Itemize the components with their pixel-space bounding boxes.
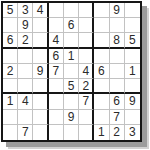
sudoku-cell-r8c2[interactable] [18,110,33,125]
sudoku-cell-r2c1[interactable] [3,18,18,33]
sudoku-cell-r1c8[interactable]: 9 [110,3,125,18]
sudoku-cell-r5c4[interactable]: 7 [49,64,64,79]
sudoku-cell-r3c7[interactable] [94,33,109,48]
sudoku-cell-r3c6[interactable] [79,33,94,48]
sudoku-cell-r7c7[interactable] [94,94,109,109]
sudoku-cell-r9c4[interactable] [49,125,64,140]
sudoku-cell-r2c6[interactable] [79,18,94,33]
sudoku-cell-r4c6[interactable] [79,49,94,64]
sudoku-cell-r5c5[interactable] [64,64,79,79]
sudoku-cell-r2c2[interactable]: 9 [18,18,33,33]
sudoku-cell-r8c7[interactable] [94,110,109,125]
sudoku-cell-r1c6[interactable] [79,3,94,18]
sudoku-cell-r1c5[interactable] [64,3,79,18]
sudoku-cell-r3c1[interactable]: 6 [3,33,18,48]
sudoku-cell-r4c3[interactable] [33,49,48,64]
sudoku-cell-r9c2[interactable]: 7 [18,125,33,140]
sudoku-cell-r6c4[interactable] [49,79,64,94]
sudoku-cell-r3c8[interactable]: 8 [110,33,125,48]
sudoku-cell-r9c9[interactable]: 3 [125,125,140,140]
sudoku-cell-r7c8[interactable]: 6 [110,94,125,109]
sudoku-cell-r4c7[interactable] [94,49,109,64]
sudoku-board: 53499662485612974615214769977123 [1,1,142,142]
sudoku-cell-r1c2[interactable]: 3 [18,3,33,18]
sudoku-cell-r2c3[interactable] [33,18,48,33]
sudoku-cell-r3c4[interactable]: 4 [49,33,64,48]
sudoku-cell-r5c6[interactable]: 4 [79,64,94,79]
sudoku-cell-r6c1[interactable] [3,79,18,94]
sudoku-cell-r6c7[interactable] [94,79,109,94]
sudoku-cell-r8c5[interactable]: 9 [64,110,79,125]
sudoku-cell-r8c1[interactable] [3,110,18,125]
sudoku-cell-r9c5[interactable] [64,125,79,140]
sudoku-cell-r5c9[interactable]: 1 [125,64,140,79]
sudoku-cell-r3c2[interactable]: 2 [18,33,33,48]
sudoku-cell-r1c4[interactable] [49,3,64,18]
sudoku-cell-r3c3[interactable] [33,33,48,48]
sudoku-cell-r8c4[interactable] [49,110,64,125]
sudoku-cell-r2c8[interactable] [110,18,125,33]
sudoku-cell-r4c2[interactable] [18,49,33,64]
sudoku-cell-r9c3[interactable] [33,125,48,140]
sudoku-cell-r8c9[interactable] [125,110,140,125]
sudoku-cell-r7c1[interactable]: 1 [3,94,18,109]
sudoku-cell-r4c5[interactable]: 1 [64,49,79,64]
sudoku-cell-r6c8[interactable] [110,79,125,94]
sudoku-cell-r5c1[interactable]: 2 [3,64,18,79]
sudoku-cell-r8c3[interactable] [33,110,48,125]
sudoku-cell-r5c2[interactable] [18,64,33,79]
sudoku-cell-r9c8[interactable]: 2 [110,125,125,140]
sudoku-cell-r7c3[interactable] [33,94,48,109]
sudoku-cell-r2c4[interactable] [49,18,64,33]
sudoku-cell-r1c7[interactable] [94,3,109,18]
sudoku-cell-r6c6[interactable]: 2 [79,79,94,94]
sudoku-cell-r3c9[interactable]: 5 [125,33,140,48]
sudoku-cell-r2c5[interactable]: 6 [64,18,79,33]
sudoku-cell-r7c6[interactable]: 7 [79,94,94,109]
sudoku-cell-r6c3[interactable] [33,79,48,94]
sudoku-cell-r5c7[interactable]: 6 [94,64,109,79]
sudoku-cell-r4c1[interactable] [3,49,18,64]
sudoku-cell-r6c5[interactable]: 5 [64,79,79,94]
sudoku-cell-r6c2[interactable] [18,79,33,94]
sudoku-cell-r9c7[interactable]: 1 [94,125,109,140]
sudoku-cell-r7c5[interactable] [64,94,79,109]
sudoku-cell-r2c7[interactable] [94,18,109,33]
sudoku-cell-r1c9[interactable] [125,3,140,18]
sudoku-cell-r6c9[interactable] [125,79,140,94]
sudoku-cell-r4c8[interactable] [110,49,125,64]
sudoku-cell-r5c8[interactable] [110,64,125,79]
sudoku-cell-r2c9[interactable] [125,18,140,33]
sudoku-cell-r7c4[interactable] [49,94,64,109]
sudoku-cell-r5c3[interactable]: 9 [33,64,48,79]
sudoku-cell-r7c2[interactable]: 4 [18,94,33,109]
sudoku-cell-r7c9[interactable]: 9 [125,94,140,109]
sudoku-cell-r9c6[interactable] [79,125,94,140]
sudoku-cell-r8c6[interactable] [79,110,94,125]
sudoku-cell-r8c8[interactable]: 7 [110,110,125,125]
sudoku-cell-r3c5[interactable] [64,33,79,48]
sudoku-cell-r4c4[interactable]: 6 [49,49,64,64]
sudoku-cell-r4c9[interactable] [125,49,140,64]
sudoku-cell-r1c1[interactable]: 5 [3,3,18,18]
sudoku-cell-r9c1[interactable] [3,125,18,140]
sudoku-cell-r1c3[interactable]: 4 [33,3,48,18]
